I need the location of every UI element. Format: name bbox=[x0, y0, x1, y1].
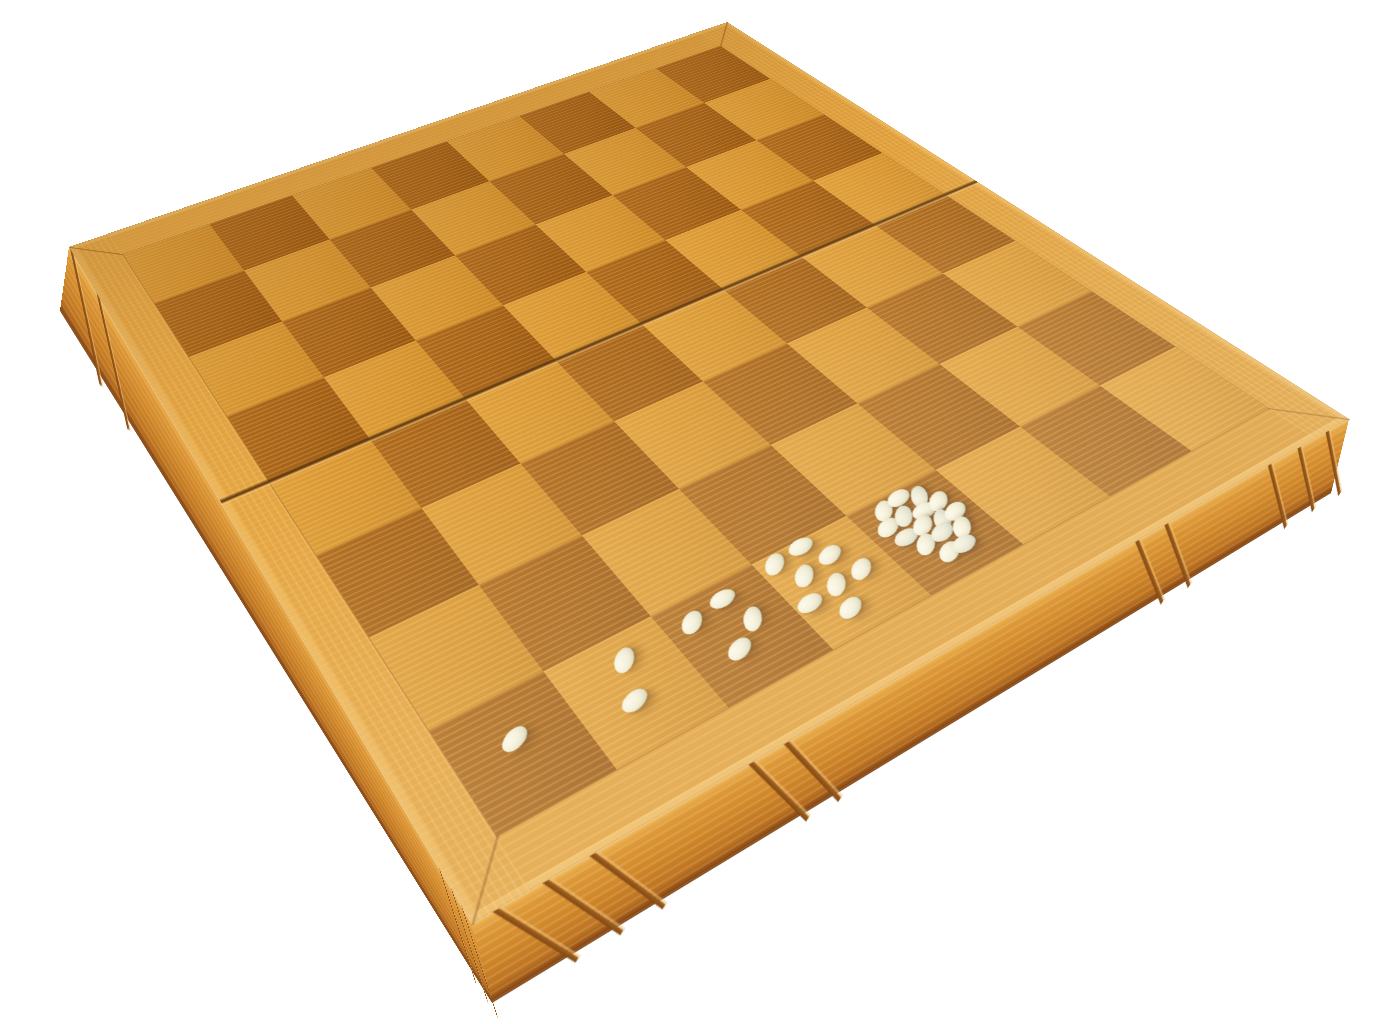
rice-grain bbox=[847, 555, 874, 582]
rice-grain bbox=[705, 586, 739, 613]
rice-grain bbox=[741, 605, 763, 633]
photo-scene bbox=[0, 0, 1378, 1024]
saw-groove bbox=[1164, 520, 1190, 588]
saw-groove bbox=[588, 850, 665, 910]
saw-groove bbox=[748, 758, 809, 821]
rice-grain bbox=[724, 634, 756, 664]
saw-groove bbox=[492, 905, 579, 962]
saw-groove bbox=[1268, 460, 1287, 529]
rice-grain bbox=[792, 563, 816, 590]
rice-grain bbox=[835, 594, 866, 623]
rice-grain bbox=[678, 608, 706, 637]
saw-groove bbox=[1135, 537, 1164, 605]
rice-grain bbox=[824, 571, 847, 598]
saw-groove bbox=[1325, 427, 1340, 496]
saw-groove bbox=[1297, 443, 1314, 512]
board-grid bbox=[123, 46, 1269, 836]
rice-grain bbox=[616, 685, 651, 717]
rice-grain bbox=[497, 723, 532, 757]
rice-grain bbox=[814, 542, 845, 568]
saw-groove bbox=[783, 738, 841, 802]
rice-grain bbox=[610, 646, 637, 676]
saw-groove bbox=[541, 877, 623, 935]
rice-grain bbox=[793, 590, 827, 617]
